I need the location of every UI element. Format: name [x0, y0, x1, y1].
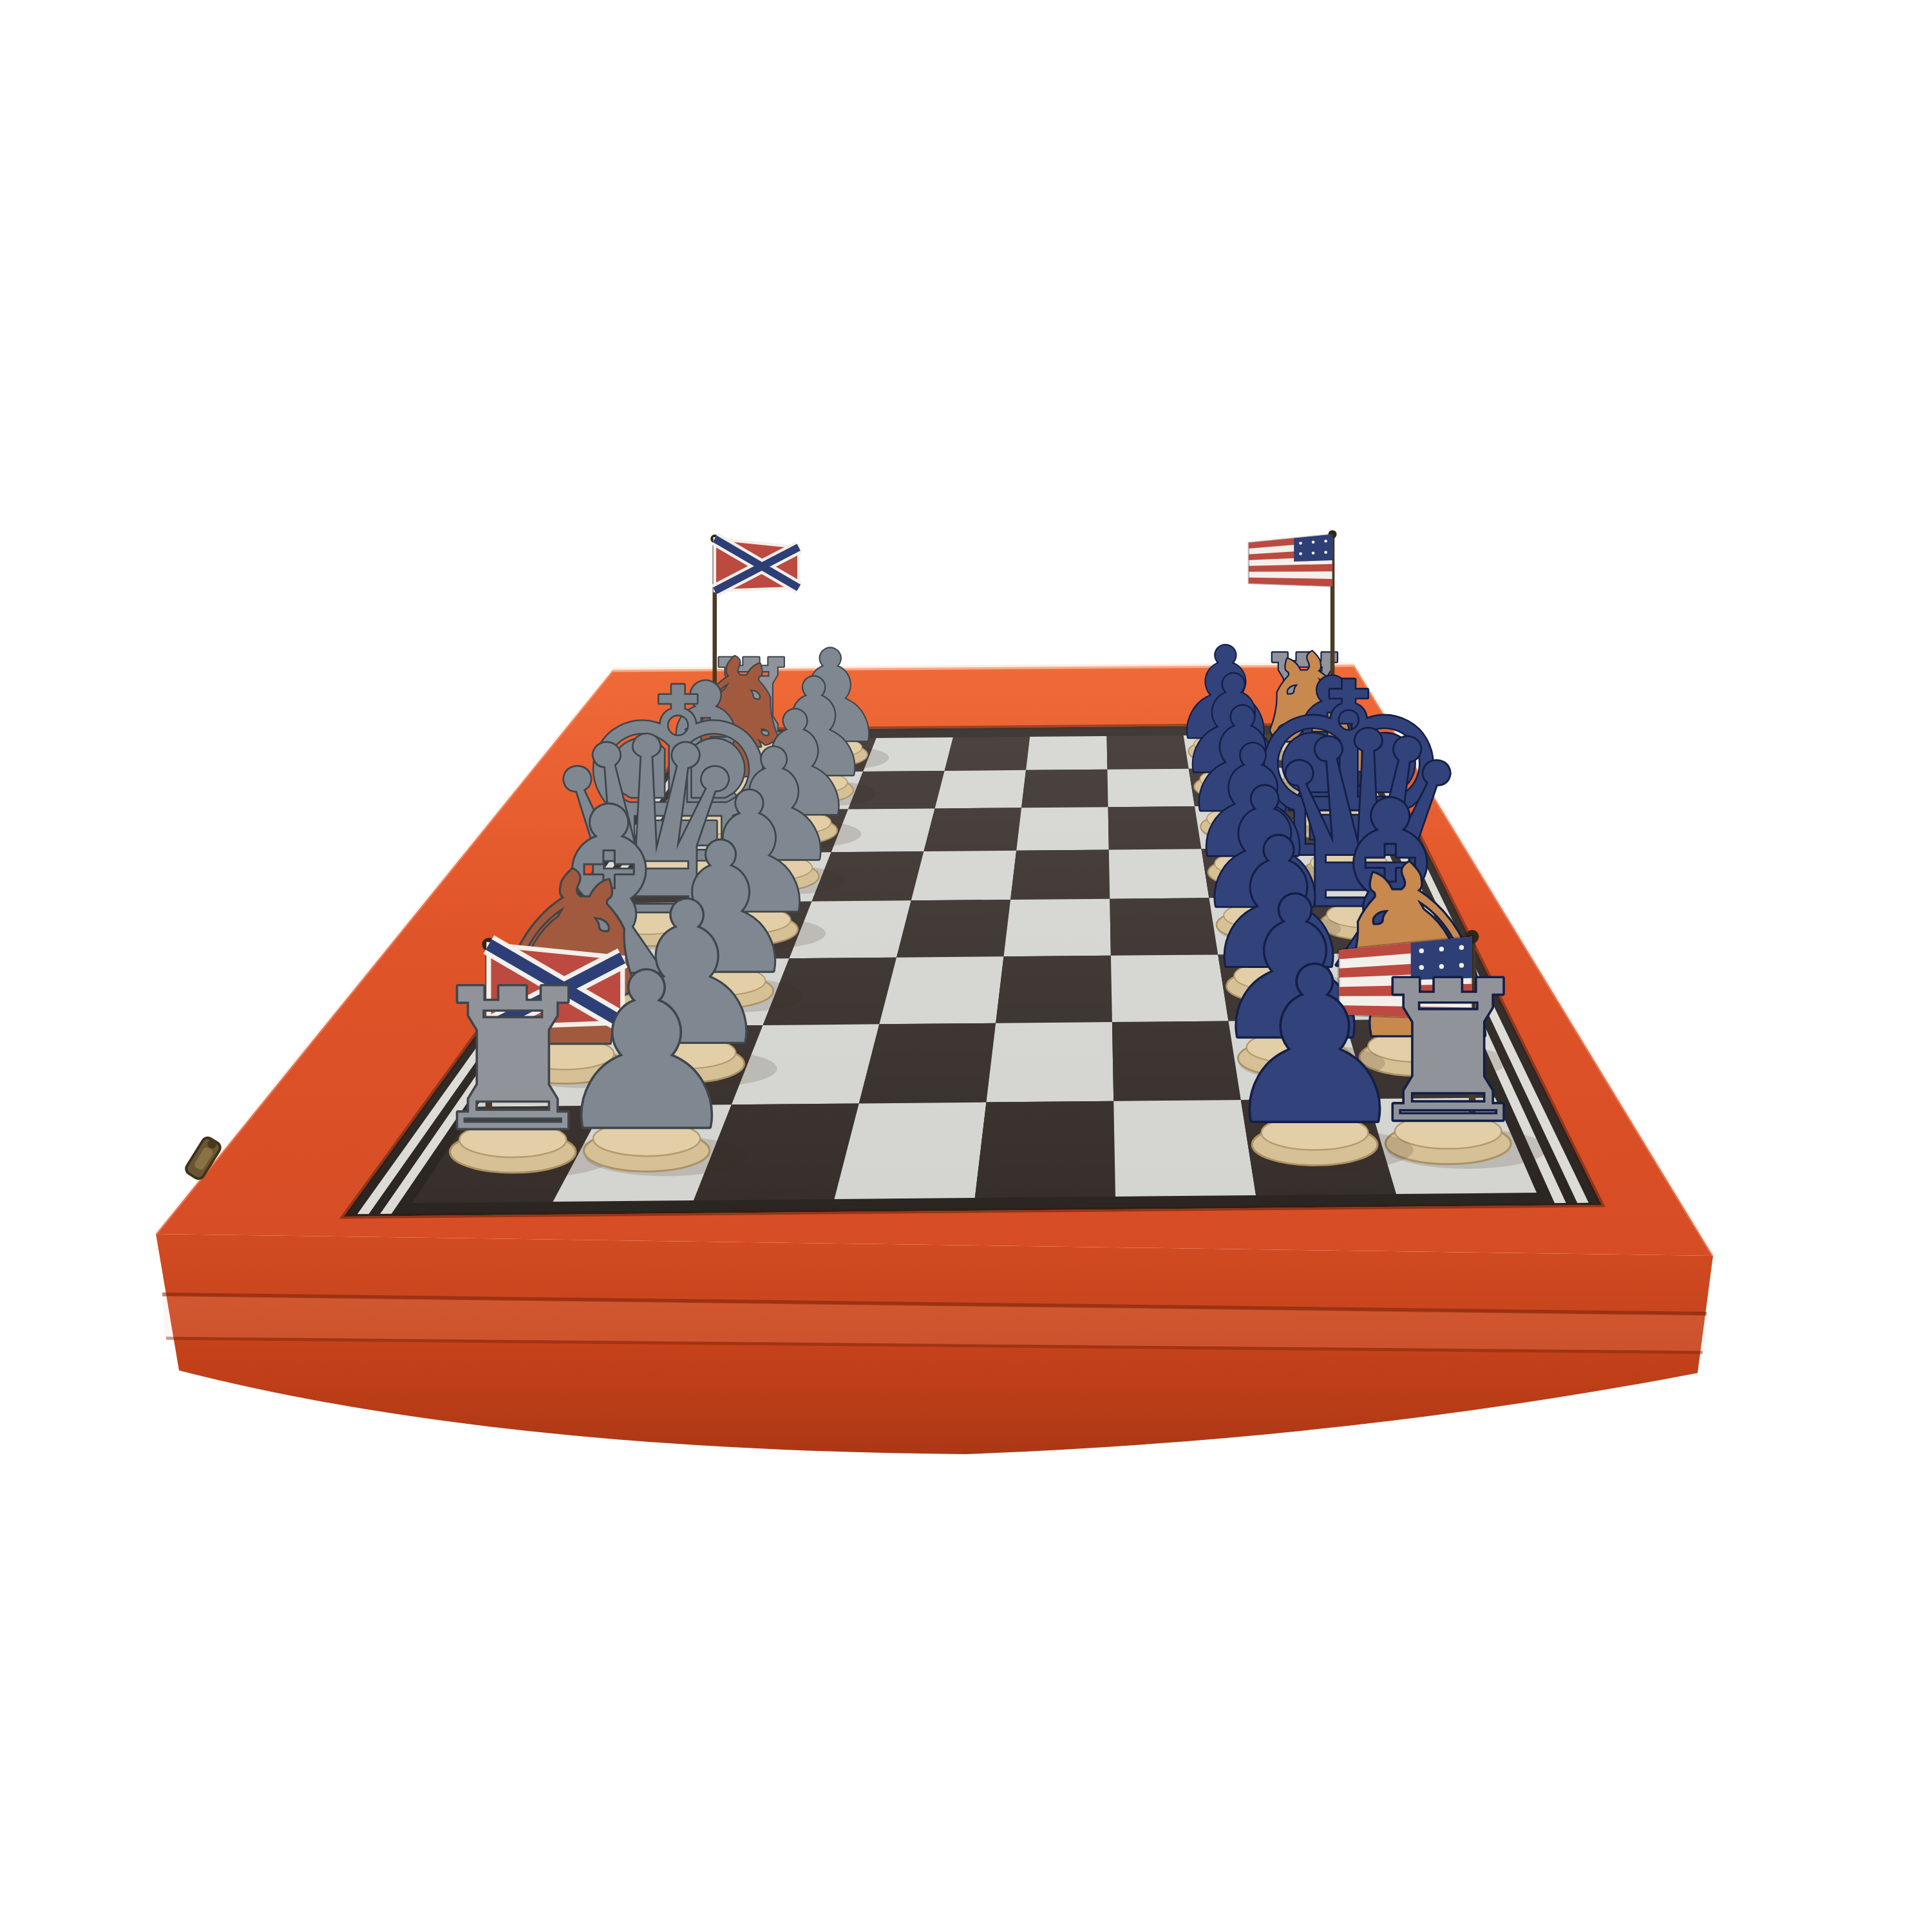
civil-war-chess-set-photo: ♜♟♜♟♞♟♞♟♝♟♝♟♚♟♚♟♛♟♛♟♝♟♝♟♞♟♞♟♜♟♜♟: [0, 0, 1932, 1932]
product-photo-canvas: ♜♟♜♟♞♟♞♟♝♟♝♟♚♟♚♟♛♟♛♟♝♟♝♟♞♟♞♟♜♟♜♟: [0, 0, 1932, 1932]
piece-union-pawn-a7[interactable]: ♟: [1219, 922, 1414, 1171]
pawn-glyph: ♟: [551, 927, 743, 1177]
pawn-glyph: ♟: [1219, 922, 1410, 1171]
piece-confederate-pawn-a2[interactable]: ♟: [551, 927, 746, 1177]
